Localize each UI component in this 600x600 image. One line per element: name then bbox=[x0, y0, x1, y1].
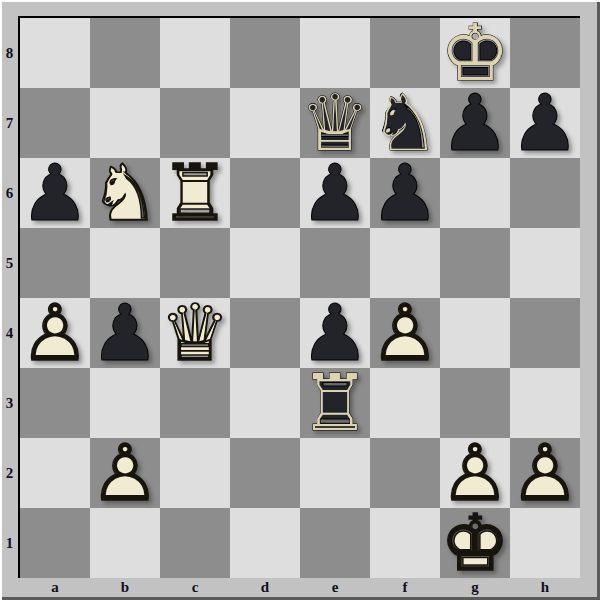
square-f1[interactable] bbox=[370, 508, 440, 578]
square-e2[interactable] bbox=[300, 438, 370, 508]
black-pawn[interactable]: ♟ bbox=[370, 158, 440, 228]
chess-board: ♚♔♛♕♞♘♟♟♟♞♘♜♖♟♟♟♙♟♛♕♟♟♙♜♖♟♙♟♙♟♙♚♔ bbox=[18, 16, 580, 578]
square-a8[interactable] bbox=[20, 18, 90, 88]
white-pawn-detail: ♙ bbox=[370, 298, 440, 368]
square-c4[interactable]: ♛♕ bbox=[160, 298, 230, 368]
black-pawn-glyph: ♟ bbox=[510, 88, 580, 158]
square-h2[interactable]: ♟♙ bbox=[510, 438, 580, 508]
square-a4[interactable]: ♟♙ bbox=[20, 298, 90, 368]
white-pawn[interactable]: ♟♙ bbox=[20, 298, 90, 368]
white-king[interactable]: ♚♔ bbox=[440, 508, 510, 578]
white-queen-detail: ♕ bbox=[160, 298, 230, 368]
square-g4[interactable] bbox=[440, 298, 510, 368]
black-pawn-glyph: ♟ bbox=[20, 158, 90, 228]
black-pawn-glyph: ♟ bbox=[300, 158, 370, 228]
white-pawn[interactable]: ♟♙ bbox=[510, 438, 580, 508]
file-label-a: a bbox=[20, 578, 90, 597]
white-pawn[interactable]: ♟♙ bbox=[370, 298, 440, 368]
square-a2[interactable] bbox=[20, 438, 90, 508]
black-pawn-glyph: ♟ bbox=[370, 158, 440, 228]
black-pawn-glyph: ♟ bbox=[440, 88, 510, 158]
file-label-h: h bbox=[510, 578, 580, 597]
black-pawn[interactable]: ♟ bbox=[20, 158, 90, 228]
rank-label-8: 8 bbox=[1, 18, 18, 88]
square-h7[interactable]: ♟ bbox=[510, 88, 580, 158]
square-b4[interactable]: ♟ bbox=[90, 298, 160, 368]
square-d6[interactable] bbox=[230, 158, 300, 228]
rank-labels: 87654321 bbox=[1, 18, 18, 578]
rank-label-5: 5 bbox=[1, 228, 18, 298]
black-pawn[interactable]: ♟ bbox=[440, 88, 510, 158]
rank-label-3: 3 bbox=[1, 368, 18, 438]
square-d8[interactable] bbox=[230, 18, 300, 88]
square-c1[interactable] bbox=[160, 508, 230, 578]
white-knight-detail: ♘ bbox=[90, 158, 160, 228]
square-c2[interactable] bbox=[160, 438, 230, 508]
rank-label-4: 4 bbox=[1, 298, 18, 368]
square-f3[interactable] bbox=[370, 368, 440, 438]
white-king-detail: ♔ bbox=[440, 508, 510, 578]
black-pawn[interactable]: ♟ bbox=[90, 298, 160, 368]
black-rook[interactable]: ♜♖ bbox=[300, 368, 370, 438]
rank-label-6: 6 bbox=[1, 158, 18, 228]
square-f6[interactable]: ♟ bbox=[370, 158, 440, 228]
square-a6[interactable]: ♟ bbox=[20, 158, 90, 228]
file-labels: abcdefgh bbox=[20, 578, 580, 597]
square-f2[interactable] bbox=[370, 438, 440, 508]
square-c8[interactable] bbox=[160, 18, 230, 88]
black-pawn[interactable]: ♟ bbox=[510, 88, 580, 158]
square-f4[interactable]: ♟♙ bbox=[370, 298, 440, 368]
square-d4[interactable] bbox=[230, 298, 300, 368]
square-h1[interactable] bbox=[510, 508, 580, 578]
square-b8[interactable] bbox=[90, 18, 160, 88]
square-d3[interactable] bbox=[230, 368, 300, 438]
black-rook-detail: ♖ bbox=[300, 368, 370, 438]
square-d2[interactable] bbox=[230, 438, 300, 508]
square-g1[interactable]: ♚♔ bbox=[440, 508, 510, 578]
square-a1[interactable] bbox=[20, 508, 90, 578]
square-e3[interactable]: ♜♖ bbox=[300, 368, 370, 438]
white-pawn-detail: ♙ bbox=[20, 298, 90, 368]
square-b1[interactable] bbox=[90, 508, 160, 578]
rank-label-1: 1 bbox=[1, 508, 18, 578]
square-g6[interactable] bbox=[440, 158, 510, 228]
black-pawn[interactable]: ♟ bbox=[300, 158, 370, 228]
square-g5[interactable] bbox=[440, 228, 510, 298]
square-b2[interactable]: ♟♙ bbox=[90, 438, 160, 508]
black-pawn-glyph: ♟ bbox=[90, 298, 160, 368]
file-label-g: g bbox=[440, 578, 510, 597]
white-pawn[interactable]: ♟♙ bbox=[90, 438, 160, 508]
rank-label-2: 2 bbox=[1, 438, 18, 508]
square-c6[interactable]: ♜♖ bbox=[160, 158, 230, 228]
file-label-b: b bbox=[90, 578, 160, 597]
square-e1[interactable] bbox=[300, 508, 370, 578]
board-frame: 87654321 ♚♔♛♕♞♘♟♟♟♞♘♜♖♟♟♟♙♟♛♕♟♟♙♜♖♟♙♟♙♟♙… bbox=[0, 0, 600, 600]
white-knight[interactable]: ♞♘ bbox=[90, 158, 160, 228]
white-rook[interactable]: ♜♖ bbox=[160, 158, 230, 228]
square-a3[interactable] bbox=[20, 368, 90, 438]
file-label-e: e bbox=[300, 578, 370, 597]
square-d1[interactable] bbox=[230, 508, 300, 578]
square-h5[interactable] bbox=[510, 228, 580, 298]
rank-label-7: 7 bbox=[1, 88, 18, 158]
square-h6[interactable] bbox=[510, 158, 580, 228]
white-queen[interactable]: ♛♕ bbox=[160, 298, 230, 368]
square-e6[interactable]: ♟ bbox=[300, 158, 370, 228]
file-label-c: c bbox=[160, 578, 230, 597]
white-pawn-detail: ♙ bbox=[510, 438, 580, 508]
square-d5[interactable] bbox=[230, 228, 300, 298]
file-label-f: f bbox=[370, 578, 440, 597]
white-pawn-detail: ♙ bbox=[90, 438, 160, 508]
square-h4[interactable] bbox=[510, 298, 580, 368]
square-b6[interactable]: ♞♘ bbox=[90, 158, 160, 228]
white-rook-detail: ♖ bbox=[160, 158, 230, 228]
square-c3[interactable] bbox=[160, 368, 230, 438]
square-d7[interactable] bbox=[230, 88, 300, 158]
file-label-d: d bbox=[230, 578, 300, 597]
square-g7[interactable]: ♟ bbox=[440, 88, 510, 158]
